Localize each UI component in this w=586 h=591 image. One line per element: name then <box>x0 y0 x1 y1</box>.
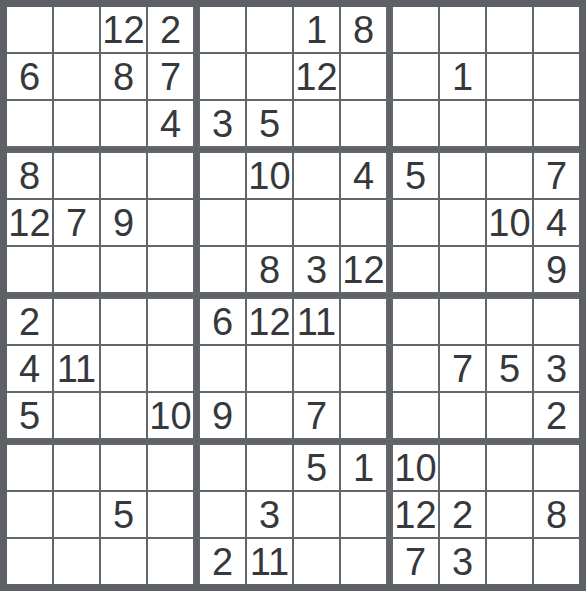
cell-r8c3[interactable] <box>101 346 146 391</box>
cell-r6c10[interactable] <box>440 247 485 292</box>
box-separator <box>195 153 198 198</box>
box-separator <box>294 148 339 151</box>
cell-r10c10[interactable] <box>440 445 485 490</box>
cell-r7c12[interactable] <box>534 299 579 344</box>
cell-r3c2[interactable] <box>54 101 99 146</box>
box-separator <box>195 440 198 443</box>
cell-r10c4[interactable] <box>148 445 193 490</box>
cell-r12c1[interactable] <box>7 539 52 584</box>
box-separator <box>388 346 391 391</box>
cell-r11c7[interactable] <box>294 492 339 537</box>
cell-r11c2[interactable] <box>54 492 99 537</box>
cell-r1c7[interactable]: 1 <box>294 7 339 52</box>
cell-r4c10[interactable] <box>440 153 485 198</box>
cell-r3c9[interactable] <box>393 101 438 146</box>
cell-r4c11[interactable] <box>487 153 532 198</box>
cell-r2c8[interactable] <box>341 54 386 99</box>
box-separator <box>7 148 52 151</box>
box-separator <box>440 294 485 297</box>
cell-r6c9[interactable] <box>393 247 438 292</box>
box-separator <box>534 440 579 443</box>
box-separator <box>195 492 198 537</box>
cell-r6c11[interactable] <box>487 247 532 292</box>
box-separator <box>388 153 391 198</box>
cell-r3c10[interactable] <box>440 101 485 146</box>
box-separator <box>388 7 391 52</box>
cell-r11c9[interactable]: 12 <box>393 492 438 537</box>
cell-r9c10[interactable] <box>440 393 485 438</box>
box-separator <box>294 294 339 297</box>
cell-r1c8[interactable]: 8 <box>341 7 386 52</box>
cell-r9c6[interactable] <box>247 393 292 438</box>
cell-r11c3[interactable]: 5 <box>101 492 146 537</box>
cell-r3c1[interactable] <box>7 101 52 146</box>
cell-r6c1[interactable] <box>7 247 52 292</box>
cell-r8c10[interactable]: 7 <box>440 346 485 391</box>
cell-r11c6[interactable]: 3 <box>247 492 292 537</box>
cell-r7c3[interactable] <box>101 299 146 344</box>
cell-r3c4[interactable]: 4 <box>148 101 193 146</box>
cell-r10c9[interactable]: 10 <box>393 445 438 490</box>
cell-r12c12[interactable] <box>534 539 579 584</box>
box-separator <box>388 294 391 297</box>
cell-r6c4[interactable] <box>148 247 193 292</box>
box-separator <box>195 445 198 490</box>
cell-r4c4[interactable] <box>148 153 193 198</box>
box-separator <box>388 54 391 99</box>
cell-r5c11[interactable]: 10 <box>487 200 532 245</box>
cell-r10c7[interactable]: 5 <box>294 445 339 490</box>
cell-r12c3[interactable] <box>101 539 146 584</box>
box-separator <box>200 294 245 297</box>
cell-r5c2[interactable]: 7 <box>54 200 99 245</box>
box-separator <box>101 440 146 443</box>
cell-r8c12[interactable]: 3 <box>534 346 579 391</box>
cell-r3c8[interactable] <box>341 101 386 146</box>
cell-r5c10[interactable] <box>440 200 485 245</box>
cell-r9c3[interactable] <box>101 393 146 438</box>
cell-r3c6[interactable]: 5 <box>247 101 292 146</box>
box-separator <box>54 440 99 443</box>
cell-r6c7[interactable]: 3 <box>294 247 339 292</box>
box-separator <box>195 346 198 391</box>
cell-r5c5[interactable] <box>200 200 245 245</box>
cell-r12c2[interactable] <box>54 539 99 584</box>
box-separator <box>54 294 99 297</box>
box-separator <box>388 200 391 245</box>
cell-r7c2[interactable] <box>54 299 99 344</box>
cell-r7c5[interactable]: 6 <box>200 299 245 344</box>
box-separator <box>393 148 438 151</box>
cell-r1c6[interactable] <box>247 7 292 52</box>
cell-r6c8[interactable]: 12 <box>341 247 386 292</box>
box-separator <box>101 148 146 151</box>
cell-r10c12[interactable] <box>534 445 579 490</box>
cell-r9c1[interactable]: 5 <box>7 393 52 438</box>
cell-r9c5[interactable]: 9 <box>200 393 245 438</box>
box-separator <box>247 148 292 151</box>
cell-r6c5[interactable] <box>200 247 245 292</box>
box-separator <box>534 148 579 151</box>
sudoku-board: 1221868712143581045712791048312926121141… <box>0 0 586 591</box>
cell-r4c7[interactable] <box>294 153 339 198</box>
cell-r8c9[interactable] <box>393 346 438 391</box>
cell-r7c6[interactable]: 12 <box>247 299 292 344</box>
cell-r4c5[interactable] <box>200 153 245 198</box>
cell-r8c1[interactable]: 4 <box>7 346 52 391</box>
cell-r9c2[interactable] <box>54 393 99 438</box>
box-separator <box>195 200 198 245</box>
cell-r5c4[interactable] <box>148 200 193 245</box>
box-separator <box>195 54 198 99</box>
box-separator <box>148 148 193 151</box>
box-separator <box>393 294 438 297</box>
box-separator <box>341 148 386 151</box>
cell-r11c10[interactable]: 2 <box>440 492 485 537</box>
cell-r9c12[interactable]: 2 <box>534 393 579 438</box>
cell-r5c3[interactable]: 9 <box>101 200 146 245</box>
cell-r4c2[interactable] <box>54 153 99 198</box>
cell-r12c10[interactable]: 3 <box>440 539 485 584</box>
box-separator <box>200 440 245 443</box>
cell-r4c9[interactable]: 5 <box>393 153 438 198</box>
cell-r12c7[interactable] <box>294 539 339 584</box>
cell-r5c6[interactable] <box>247 200 292 245</box>
cell-r10c6[interactable] <box>247 445 292 490</box>
cell-r12c4[interactable] <box>148 539 193 584</box>
cell-r9c9[interactable] <box>393 393 438 438</box>
box-separator <box>534 294 579 297</box>
cell-r7c4[interactable] <box>148 299 193 344</box>
box-separator <box>388 101 391 146</box>
cell-r9c11[interactable] <box>487 393 532 438</box>
cell-r4c1[interactable]: 8 <box>7 153 52 198</box>
cell-r6c2[interactable] <box>54 247 99 292</box>
cell-r8c11[interactable]: 5 <box>487 346 532 391</box>
box-separator <box>195 148 198 151</box>
box-separator <box>195 294 198 297</box>
cell-r3c5[interactable]: 3 <box>200 101 245 146</box>
cell-r2c9[interactable] <box>393 54 438 99</box>
box-separator <box>7 294 52 297</box>
cell-r2c1[interactable]: 6 <box>7 54 52 99</box>
cell-r7c10[interactable] <box>440 299 485 344</box>
cell-r8c5[interactable] <box>200 346 245 391</box>
cell-r6c12[interactable]: 9 <box>534 247 579 292</box>
cell-r6c3[interactable] <box>101 247 146 292</box>
box-separator <box>195 539 198 584</box>
cell-r1c5[interactable] <box>200 7 245 52</box>
box-separator <box>388 440 391 443</box>
box-separator <box>7 440 52 443</box>
cell-r8c7[interactable] <box>294 346 339 391</box>
box-separator <box>388 539 391 584</box>
box-separator <box>195 299 198 344</box>
cell-r8c2[interactable]: 11 <box>54 346 99 391</box>
box-separator <box>200 148 245 151</box>
box-separator <box>487 294 532 297</box>
box-separator <box>195 101 198 146</box>
cell-r2c12[interactable] <box>534 54 579 99</box>
cell-r2c3[interactable]: 8 <box>101 54 146 99</box>
box-separator <box>388 492 391 537</box>
cell-r3c7[interactable] <box>294 101 339 146</box>
box-separator <box>101 294 146 297</box>
cell-r10c1[interactable] <box>7 445 52 490</box>
cell-r1c10[interactable] <box>440 7 485 52</box>
cell-r10c3[interactable] <box>101 445 146 490</box>
cell-r9c4[interactable]: 10 <box>148 393 193 438</box>
cell-r10c8[interactable]: 1 <box>341 445 386 490</box>
box-separator <box>341 440 386 443</box>
cell-r9c8[interactable] <box>341 393 386 438</box>
cell-r1c2[interactable] <box>54 7 99 52</box>
box-separator <box>393 440 438 443</box>
box-separator <box>388 148 391 151</box>
box-separator <box>388 247 391 292</box>
cell-r11c12[interactable]: 8 <box>534 492 579 537</box>
cell-r11c1[interactable] <box>7 492 52 537</box>
cell-r8c8[interactable] <box>341 346 386 391</box>
box-separator <box>247 440 292 443</box>
cell-r1c4[interactable]: 2 <box>148 7 193 52</box>
box-separator <box>54 148 99 151</box>
box-separator <box>388 393 391 438</box>
cell-r11c11[interactable] <box>487 492 532 537</box>
cell-r11c5[interactable] <box>200 492 245 537</box>
cell-r12c6[interactable]: 11 <box>247 539 292 584</box>
cell-r1c1[interactable] <box>7 7 52 52</box>
cell-r2c7[interactable]: 12 <box>294 54 339 99</box>
box-separator <box>341 294 386 297</box>
cell-r8c4[interactable] <box>148 346 193 391</box>
box-separator <box>440 440 485 443</box>
cell-r2c4[interactable]: 7 <box>148 54 193 99</box>
cell-r11c4[interactable] <box>148 492 193 537</box>
cell-r2c5[interactable] <box>200 54 245 99</box>
box-separator <box>388 299 391 344</box>
cell-r7c11[interactable] <box>487 299 532 344</box>
box-separator <box>195 7 198 52</box>
cell-r5c8[interactable] <box>341 200 386 245</box>
cell-r7c8[interactable] <box>341 299 386 344</box>
cell-r4c3[interactable] <box>101 153 146 198</box>
cell-r3c11[interactable] <box>487 101 532 146</box>
box-separator <box>195 393 198 438</box>
cell-r7c9[interactable] <box>393 299 438 344</box>
cell-r12c11[interactable] <box>487 539 532 584</box>
cell-r9c7[interactable]: 7 <box>294 393 339 438</box>
cell-r12c9[interactable]: 7 <box>393 539 438 584</box>
cell-r2c10[interactable]: 1 <box>440 54 485 99</box>
cell-r6c6[interactable]: 8 <box>247 247 292 292</box>
cell-r2c6[interactable] <box>247 54 292 99</box>
box-separator <box>195 247 198 292</box>
cell-r4c12[interactable]: 7 <box>534 153 579 198</box>
cell-r1c11[interactable] <box>487 7 532 52</box>
cell-r12c8[interactable] <box>341 539 386 584</box>
cell-r5c7[interactable] <box>294 200 339 245</box>
cell-r3c12[interactable] <box>534 101 579 146</box>
cell-r10c2[interactable] <box>54 445 99 490</box>
cell-r1c9[interactable] <box>393 7 438 52</box>
cell-r4c8[interactable]: 4 <box>341 153 386 198</box>
box-separator <box>294 440 339 443</box>
cell-r5c1[interactable]: 12 <box>7 200 52 245</box>
cell-r1c12[interactable] <box>534 7 579 52</box>
box-separator <box>148 440 193 443</box>
box-separator <box>487 148 532 151</box>
cell-r10c5[interactable] <box>200 445 245 490</box>
cell-r1c3[interactable]: 12 <box>101 7 146 52</box>
cell-r10c11[interactable] <box>487 445 532 490</box>
box-separator <box>487 440 532 443</box>
cell-r11c8[interactable] <box>341 492 386 537</box>
box-separator <box>440 148 485 151</box>
cell-r5c12[interactable]: 4 <box>534 200 579 245</box>
cell-r7c1[interactable]: 2 <box>7 299 52 344</box>
cell-r2c2[interactable] <box>54 54 99 99</box>
box-separator <box>247 294 292 297</box>
cell-r12c5[interactable]: 2 <box>200 539 245 584</box>
cell-r5c9[interactable] <box>393 200 438 245</box>
box-separator <box>148 294 193 297</box>
cell-r2c11[interactable] <box>487 54 532 99</box>
cell-r8c6[interactable] <box>247 346 292 391</box>
cell-r7c7[interactable]: 11 <box>294 299 339 344</box>
cell-r3c3[interactable] <box>101 101 146 146</box>
box-separator <box>388 445 391 490</box>
cell-r4c6[interactable]: 10 <box>247 153 292 198</box>
